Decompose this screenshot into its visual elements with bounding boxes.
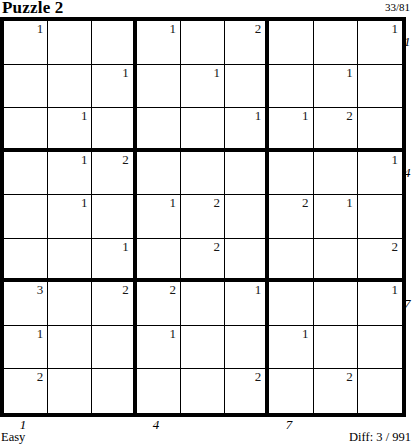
- given-digit: 2: [391, 240, 398, 254]
- given-digit: 1: [81, 109, 88, 123]
- given-digit: 2: [214, 240, 221, 254]
- cell-r8c7[interactable]: 1: [269, 326, 313, 370]
- given-digit: 2: [255, 22, 262, 36]
- cell-r5c2[interactable]: 1: [48, 195, 92, 239]
- cell-r1c2[interactable]: [48, 21, 92, 65]
- cell-r9c5[interactable]: [181, 369, 225, 413]
- cell-r4c7[interactable]: [269, 152, 313, 196]
- cell-r7c4[interactable]: 2: [137, 282, 181, 326]
- cell-r6c2[interactable]: [48, 239, 92, 283]
- cell-r6c7[interactable]: [269, 239, 313, 283]
- cell-r4c6[interactable]: [225, 152, 269, 196]
- cell-r5c1[interactable]: [4, 195, 48, 239]
- given-digit: 2: [169, 283, 176, 297]
- given-digit: 2: [346, 370, 353, 384]
- cell-r8c9[interactable]: [358, 326, 402, 370]
- puzzle-title: Puzzle 2: [2, 0, 64, 18]
- givens-counter: 33/81: [385, 1, 410, 13]
- cell-r6c3[interactable]: 1: [92, 239, 136, 283]
- given-digit: 1: [346, 196, 353, 210]
- cell-r3c1[interactable]: [4, 108, 48, 152]
- cell-r9c1[interactable]: 2: [4, 369, 48, 413]
- given-digit: 1: [391, 22, 398, 36]
- given-digit: 1: [255, 283, 262, 297]
- cell-r1c8[interactable]: [314, 21, 358, 65]
- given-digit: 1: [81, 196, 88, 210]
- cell-r7c2[interactable]: [48, 282, 92, 326]
- cell-r2c1[interactable]: [4, 65, 48, 109]
- given-digit: 1: [81, 153, 88, 167]
- cell-r4c2[interactable]: 1: [48, 152, 92, 196]
- cell-r5c7[interactable]: 2: [269, 195, 313, 239]
- cell-r2c4[interactable]: [137, 65, 181, 109]
- given-digit: 2: [122, 153, 129, 167]
- cell-r2c6[interactable]: [225, 65, 269, 109]
- difficulty-stat: Diff: 3 / 991: [349, 430, 411, 445]
- cell-r1c3[interactable]: [92, 21, 136, 65]
- cell-r3c9[interactable]: [358, 108, 402, 152]
- cell-r6c1[interactable]: [4, 239, 48, 283]
- given-digit: 3: [37, 283, 44, 297]
- cell-r9c6[interactable]: 2: [225, 369, 269, 413]
- cell-r1c6[interactable]: 2: [225, 21, 269, 65]
- cell-r3c2[interactable]: 1: [48, 108, 92, 152]
- cell-r3c5[interactable]: [181, 108, 225, 152]
- cell-r7c7[interactable]: [269, 282, 313, 326]
- given-digit: 1: [214, 66, 221, 80]
- cell-r8c8[interactable]: [314, 326, 358, 370]
- col-label-7: 7: [279, 418, 299, 432]
- cell-r2c8[interactable]: 1: [314, 65, 358, 109]
- given-digit: 1: [302, 327, 309, 341]
- cell-r7c1[interactable]: 3: [4, 282, 48, 326]
- cell-r8c2[interactable]: [48, 326, 92, 370]
- cell-r4c1[interactable]: [4, 152, 48, 196]
- cell-r1c1[interactable]: 1: [4, 21, 48, 65]
- cell-r2c5[interactable]: 1: [181, 65, 225, 109]
- row-label-1: 1: [404, 35, 411, 49]
- cell-r6c4[interactable]: [137, 239, 181, 283]
- cell-r4c8[interactable]: [314, 152, 358, 196]
- cell-r4c3[interactable]: 2: [92, 152, 136, 196]
- cell-r7c8[interactable]: [314, 282, 358, 326]
- sudoku-grid: 112111111121211122112232211111222: [0, 17, 406, 417]
- given-digit: 1: [122, 66, 129, 80]
- cell-r5c3[interactable]: [92, 195, 136, 239]
- cell-r9c8[interactable]: 2: [314, 369, 358, 413]
- cell-r4c5[interactable]: [181, 152, 225, 196]
- cell-r9c3[interactable]: [92, 369, 136, 413]
- cell-r6c8[interactable]: [314, 239, 358, 283]
- cell-r5c4[interactable]: 1: [137, 195, 181, 239]
- cell-r9c9[interactable]: [358, 369, 402, 413]
- cell-r3c6[interactable]: 1: [225, 108, 269, 152]
- cell-r1c7[interactable]: [269, 21, 313, 65]
- cell-r1c9[interactable]: 1: [358, 21, 402, 65]
- cell-r9c4[interactable]: [137, 369, 181, 413]
- cell-r2c7[interactable]: [269, 65, 313, 109]
- cell-r3c3[interactable]: [92, 108, 136, 152]
- cell-r5c8[interactable]: 1: [314, 195, 358, 239]
- given-digit: 1: [391, 283, 398, 297]
- given-digit: 1: [169, 327, 176, 341]
- cell-r5c9[interactable]: [358, 195, 402, 239]
- cell-r5c6[interactable]: [225, 195, 269, 239]
- given-digit: 2: [346, 109, 353, 123]
- cell-r7c3[interactable]: 2: [92, 282, 136, 326]
- cell-r8c6[interactable]: [225, 326, 269, 370]
- given-digit: 2: [302, 196, 309, 210]
- cell-r1c4[interactable]: 1: [137, 21, 181, 65]
- cell-r6c5[interactable]: 2: [181, 239, 225, 283]
- given-digit: 1: [122, 240, 129, 254]
- difficulty-label: Easy: [1, 430, 25, 445]
- row-label-7: 7: [404, 297, 411, 311]
- given-digit: 1: [169, 22, 176, 36]
- given-digit: 1: [169, 196, 176, 210]
- given-digit: 2: [214, 196, 221, 210]
- cell-r8c4[interactable]: 1: [137, 326, 181, 370]
- col-label-4: 4: [146, 418, 166, 432]
- puzzle-page: Puzzle 2 33/81 1121111111212111221122322…: [0, 0, 412, 446]
- cell-r9c2[interactable]: [48, 369, 92, 413]
- cell-r9c7[interactable]: [269, 369, 313, 413]
- cell-r3c4[interactable]: [137, 108, 181, 152]
- given-digit: 1: [346, 66, 353, 80]
- cell-r4c9[interactable]: 1: [358, 152, 402, 196]
- cell-r7c9[interactable]: 1: [358, 282, 402, 326]
- given-digit: 2: [255, 370, 262, 384]
- cell-r6c6[interactable]: [225, 239, 269, 283]
- cell-r4c4[interactable]: [137, 152, 181, 196]
- cell-r7c5[interactable]: [181, 282, 225, 326]
- cell-r6c9[interactable]: 2: [358, 239, 402, 283]
- cell-r3c8[interactable]: 2: [314, 108, 358, 152]
- cell-r8c5[interactable]: [181, 326, 225, 370]
- given-digit: 2: [122, 283, 129, 297]
- cell-r3c7[interactable]: 1: [269, 108, 313, 152]
- given-digit: 1: [255, 109, 262, 123]
- given-digit: 1: [37, 22, 44, 36]
- cell-r8c1[interactable]: 1: [4, 326, 48, 370]
- given-digit: 2: [37, 370, 44, 384]
- given-digit: 1: [37, 327, 44, 341]
- cell-r1c5[interactable]: [181, 21, 225, 65]
- cell-r8c3[interactable]: [92, 326, 136, 370]
- cell-r5c5[interactable]: 2: [181, 195, 225, 239]
- given-digit: 1: [302, 109, 309, 123]
- cell-r2c2[interactable]: [48, 65, 92, 109]
- cell-r2c9[interactable]: [358, 65, 402, 109]
- cell-r7c6[interactable]: 1: [225, 282, 269, 326]
- cell-r2c3[interactable]: 1: [92, 65, 136, 109]
- given-digit: 1: [391, 153, 398, 167]
- row-label-4: 4: [404, 166, 411, 180]
